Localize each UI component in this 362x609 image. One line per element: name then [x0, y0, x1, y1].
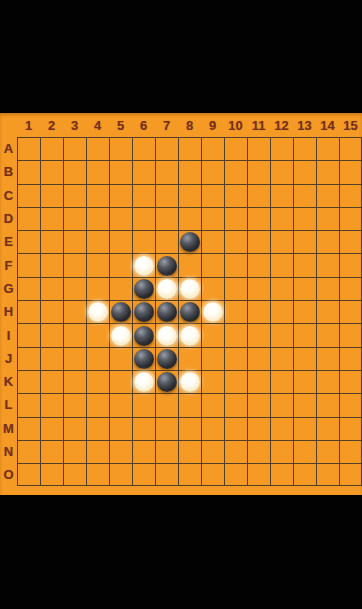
- white-stone: [157, 279, 177, 299]
- row-label-I: I: [0, 323, 17, 346]
- cell-G7[interactable]: [155, 277, 178, 300]
- col-label-5: 5: [109, 113, 132, 137]
- cell-B11[interactable]: [247, 160, 270, 183]
- cell-B13[interactable]: [293, 160, 316, 183]
- white-stone: [180, 326, 200, 346]
- cell-F2[interactable]: [40, 253, 63, 276]
- cell-J15[interactable]: [339, 347, 362, 370]
- corner-spacer: [0, 113, 17, 137]
- cell-M4[interactable]: [86, 417, 109, 440]
- cell-B8[interactable]: [178, 160, 201, 183]
- cell-J8[interactable]: [178, 347, 201, 370]
- cell-H11[interactable]: [247, 300, 270, 323]
- cell-G1[interactable]: [17, 277, 40, 300]
- cell-G3[interactable]: [63, 277, 86, 300]
- cell-H15[interactable]: [339, 300, 362, 323]
- col-label-13: 13: [293, 113, 316, 137]
- cell-J4[interactable]: [86, 347, 109, 370]
- cell-J9[interactable]: [201, 347, 224, 370]
- cell-I11[interactable]: [247, 323, 270, 346]
- cell-K3[interactable]: [63, 370, 86, 393]
- cell-K9[interactable]: [201, 370, 224, 393]
- cell-D9[interactable]: [201, 207, 224, 230]
- cell-I9[interactable]: [201, 323, 224, 346]
- cell-L14[interactable]: [316, 393, 339, 416]
- row-label-M: M: [0, 417, 17, 440]
- cell-N8[interactable]: [178, 440, 201, 463]
- black-stone: [157, 349, 177, 369]
- cell-D6[interactable]: [132, 207, 155, 230]
- cell-C3[interactable]: [63, 184, 86, 207]
- black-stone: [134, 326, 154, 346]
- cell-K11[interactable]: [247, 370, 270, 393]
- cell-I4[interactable]: [86, 323, 109, 346]
- cell-G5[interactable]: [109, 277, 132, 300]
- cell-N13[interactable]: [293, 440, 316, 463]
- cell-H7[interactable]: [155, 300, 178, 323]
- cell-F5[interactable]: [109, 253, 132, 276]
- cell-M6[interactable]: [132, 417, 155, 440]
- col-label-2: 2: [40, 113, 63, 137]
- cell-C4[interactable]: [86, 184, 109, 207]
- cell-C11[interactable]: [247, 184, 270, 207]
- row-label-K: K: [0, 370, 17, 393]
- cell-D3[interactable]: [63, 207, 86, 230]
- cell-N7[interactable]: [155, 440, 178, 463]
- cell-E3[interactable]: [63, 230, 86, 253]
- cell-H6[interactable]: [132, 300, 155, 323]
- col-label-12: 12: [270, 113, 293, 137]
- cell-M9[interactable]: [201, 417, 224, 440]
- cell-A3[interactable]: [63, 137, 86, 160]
- cell-N5[interactable]: [109, 440, 132, 463]
- col-label-4: 4: [86, 113, 109, 137]
- row-label-H: H: [0, 300, 17, 323]
- cell-C5[interactable]: [109, 184, 132, 207]
- cell-J7[interactable]: [155, 347, 178, 370]
- cell-F14[interactable]: [316, 253, 339, 276]
- cell-H10[interactable]: [224, 300, 247, 323]
- cell-D5[interactable]: [109, 207, 132, 230]
- row-label-B: B: [0, 160, 17, 183]
- cell-L13[interactable]: [293, 393, 316, 416]
- bottom-black-bar: [0, 495, 362, 609]
- cell-G6[interactable]: [132, 277, 155, 300]
- cell-D7[interactable]: [155, 207, 178, 230]
- cell-O4[interactable]: [86, 463, 109, 486]
- cell-M15[interactable]: [339, 417, 362, 440]
- cell-G14[interactable]: [316, 277, 339, 300]
- cell-M10[interactable]: [224, 417, 247, 440]
- cell-J10[interactable]: [224, 347, 247, 370]
- cell-L10[interactable]: [224, 393, 247, 416]
- col-label-11: 11: [247, 113, 270, 137]
- cell-O1[interactable]: [17, 463, 40, 486]
- cell-O6[interactable]: [132, 463, 155, 486]
- cell-M2[interactable]: [40, 417, 63, 440]
- cell-N6[interactable]: [132, 440, 155, 463]
- cell-O3[interactable]: [63, 463, 86, 486]
- cell-I13[interactable]: [293, 323, 316, 346]
- cell-E2[interactable]: [40, 230, 63, 253]
- cell-O10[interactable]: [224, 463, 247, 486]
- cell-B6[interactable]: [132, 160, 155, 183]
- cell-O7[interactable]: [155, 463, 178, 486]
- cell-H4[interactable]: [86, 300, 109, 323]
- cell-L9[interactable]: [201, 393, 224, 416]
- cell-I8[interactable]: [178, 323, 201, 346]
- cell-N9[interactable]: [201, 440, 224, 463]
- cell-J1[interactable]: [17, 347, 40, 370]
- cell-J6[interactable]: [132, 347, 155, 370]
- cell-M14[interactable]: [316, 417, 339, 440]
- cell-L3[interactable]: [63, 393, 86, 416]
- cell-O11[interactable]: [247, 463, 270, 486]
- cell-K13[interactable]: [293, 370, 316, 393]
- cell-C14[interactable]: [316, 184, 339, 207]
- cell-L8[interactable]: [178, 393, 201, 416]
- cell-E4[interactable]: [86, 230, 109, 253]
- cell-O9[interactable]: [201, 463, 224, 486]
- cell-K14[interactable]: [316, 370, 339, 393]
- cell-H2[interactable]: [40, 300, 63, 323]
- cell-E11[interactable]: [247, 230, 270, 253]
- cell-I7[interactable]: [155, 323, 178, 346]
- cell-E15[interactable]: [339, 230, 362, 253]
- white-stone: [111, 326, 131, 346]
- cell-K1[interactable]: [17, 370, 40, 393]
- cell-H13[interactable]: [293, 300, 316, 323]
- cell-M13[interactable]: [293, 417, 316, 440]
- row-label-E: E: [0, 230, 17, 253]
- cell-O8[interactable]: [178, 463, 201, 486]
- cell-N14[interactable]: [316, 440, 339, 463]
- cell-C9[interactable]: [201, 184, 224, 207]
- cell-B5[interactable]: [109, 160, 132, 183]
- cell-D4[interactable]: [86, 207, 109, 230]
- cell-M3[interactable]: [63, 417, 86, 440]
- white-stone: [134, 256, 154, 276]
- cell-H8[interactable]: [178, 300, 201, 323]
- col-label-8: 8: [178, 113, 201, 137]
- cell-H3[interactable]: [63, 300, 86, 323]
- row-label-N: N: [0, 440, 17, 463]
- cell-I14[interactable]: [316, 323, 339, 346]
- cell-G9[interactable]: [201, 277, 224, 300]
- cell-B10[interactable]: [224, 160, 247, 183]
- cell-A2[interactable]: [40, 137, 63, 160]
- cell-E13[interactable]: [293, 230, 316, 253]
- cell-L15[interactable]: [339, 393, 362, 416]
- cell-M8[interactable]: [178, 417, 201, 440]
- cell-M5[interactable]: [109, 417, 132, 440]
- col-label-14: 14: [316, 113, 339, 137]
- cell-F13[interactable]: [293, 253, 316, 276]
- cell-M7[interactable]: [155, 417, 178, 440]
- cell-K2[interactable]: [40, 370, 63, 393]
- cell-I1[interactable]: [17, 323, 40, 346]
- white-stone: [157, 326, 177, 346]
- cell-F4[interactable]: [86, 253, 109, 276]
- cell-F11[interactable]: [247, 253, 270, 276]
- col-label-9: 9: [201, 113, 224, 137]
- cell-I10[interactable]: [224, 323, 247, 346]
- cell-O12[interactable]: [270, 463, 293, 486]
- cell-D11[interactable]: [247, 207, 270, 230]
- row-label-A: A: [0, 137, 17, 160]
- cell-L2[interactable]: [40, 393, 63, 416]
- black-stone: [180, 232, 200, 252]
- cell-N15[interactable]: [339, 440, 362, 463]
- col-label-6: 6: [132, 113, 155, 137]
- cell-G15[interactable]: [339, 277, 362, 300]
- cell-I12[interactable]: [270, 323, 293, 346]
- cell-A7[interactable]: [155, 137, 178, 160]
- cell-G4[interactable]: [86, 277, 109, 300]
- cell-N2[interactable]: [40, 440, 63, 463]
- black-stone: [111, 302, 131, 322]
- cell-L7[interactable]: [155, 393, 178, 416]
- cell-E8[interactable]: [178, 230, 201, 253]
- cell-E5[interactable]: [109, 230, 132, 253]
- white-stone: [88, 302, 108, 322]
- app-screen: 123456789101112131415ABCDEFGHIJKLMNO: [0, 0, 362, 609]
- cell-K7[interactable]: [155, 370, 178, 393]
- cell-A5[interactable]: [109, 137, 132, 160]
- cell-O5[interactable]: [109, 463, 132, 486]
- cell-L11[interactable]: [247, 393, 270, 416]
- cell-L6[interactable]: [132, 393, 155, 416]
- cell-K10[interactable]: [224, 370, 247, 393]
- cell-F9[interactable]: [201, 253, 224, 276]
- col-label-10: 10: [224, 113, 247, 137]
- cell-A4[interactable]: [86, 137, 109, 160]
- cell-K4[interactable]: [86, 370, 109, 393]
- cell-A8[interactable]: [178, 137, 201, 160]
- cell-N1[interactable]: [17, 440, 40, 463]
- cell-I2[interactable]: [40, 323, 63, 346]
- cell-B9[interactable]: [201, 160, 224, 183]
- black-stone: [157, 372, 177, 392]
- cell-C2[interactable]: [40, 184, 63, 207]
- cell-H14[interactable]: [316, 300, 339, 323]
- cell-L12[interactable]: [270, 393, 293, 416]
- col-label-15: 15: [339, 113, 362, 137]
- cell-A11[interactable]: [247, 137, 270, 160]
- cell-L1[interactable]: [17, 393, 40, 416]
- cell-E9[interactable]: [201, 230, 224, 253]
- cell-J3[interactable]: [63, 347, 86, 370]
- cell-C10[interactable]: [224, 184, 247, 207]
- cell-M1[interactable]: [17, 417, 40, 440]
- cell-O2[interactable]: [40, 463, 63, 486]
- cell-A6[interactable]: [132, 137, 155, 160]
- cell-N11[interactable]: [247, 440, 270, 463]
- white-stone: [180, 372, 200, 392]
- col-label-1: 1: [17, 113, 40, 137]
- cell-J12[interactable]: [270, 347, 293, 370]
- black-stone: [134, 349, 154, 369]
- black-stone: [180, 302, 200, 322]
- cell-C6[interactable]: [132, 184, 155, 207]
- cell-A15[interactable]: [339, 137, 362, 160]
- cell-B12[interactable]: [270, 160, 293, 183]
- cell-C15[interactable]: [339, 184, 362, 207]
- white-stone: [180, 279, 200, 299]
- cell-N12[interactable]: [270, 440, 293, 463]
- cell-B7[interactable]: [155, 160, 178, 183]
- black-stone: [134, 279, 154, 299]
- cell-D2[interactable]: [40, 207, 63, 230]
- cell-I5[interactable]: [109, 323, 132, 346]
- cell-E14[interactable]: [316, 230, 339, 253]
- board-grid: 123456789101112131415ABCDEFGHIJKLMNO: [0, 113, 362, 486]
- cell-D12[interactable]: [270, 207, 293, 230]
- cell-F3[interactable]: [63, 253, 86, 276]
- cell-D8[interactable]: [178, 207, 201, 230]
- cell-L4[interactable]: [86, 393, 109, 416]
- cell-L5[interactable]: [109, 393, 132, 416]
- white-stone: [203, 302, 223, 322]
- cell-H9[interactable]: [201, 300, 224, 323]
- cell-I3[interactable]: [63, 323, 86, 346]
- cell-C12[interactable]: [270, 184, 293, 207]
- cell-N10[interactable]: [224, 440, 247, 463]
- cell-F6[interactable]: [132, 253, 155, 276]
- cell-G2[interactable]: [40, 277, 63, 300]
- row-label-G: G: [0, 277, 17, 300]
- cell-B4[interactable]: [86, 160, 109, 183]
- cell-B1[interactable]: [17, 160, 40, 183]
- col-label-3: 3: [63, 113, 86, 137]
- cell-H5[interactable]: [109, 300, 132, 323]
- cell-M12[interactable]: [270, 417, 293, 440]
- cell-B3[interactable]: [63, 160, 86, 183]
- cell-D15[interactable]: [339, 207, 362, 230]
- cell-F8[interactable]: [178, 253, 201, 276]
- cell-E7[interactable]: [155, 230, 178, 253]
- white-stone: [134, 372, 154, 392]
- cell-I15[interactable]: [339, 323, 362, 346]
- black-stone: [157, 302, 177, 322]
- cell-G11[interactable]: [247, 277, 270, 300]
- cell-F10[interactable]: [224, 253, 247, 276]
- row-label-L: L: [0, 393, 17, 416]
- gomoku-board: 123456789101112131415ABCDEFGHIJKLMNO: [0, 113, 362, 495]
- cell-J14[interactable]: [316, 347, 339, 370]
- cell-A9[interactable]: [201, 137, 224, 160]
- cell-G10[interactable]: [224, 277, 247, 300]
- cell-M11[interactable]: [247, 417, 270, 440]
- row-label-C: C: [0, 184, 17, 207]
- cell-D13[interactable]: [293, 207, 316, 230]
- cell-B15[interactable]: [339, 160, 362, 183]
- cell-A14[interactable]: [316, 137, 339, 160]
- cell-H12[interactable]: [270, 300, 293, 323]
- row-label-O: O: [0, 463, 17, 486]
- cell-K6[interactable]: [132, 370, 155, 393]
- cell-G13[interactable]: [293, 277, 316, 300]
- cell-C8[interactable]: [178, 184, 201, 207]
- cell-A12[interactable]: [270, 137, 293, 160]
- row-label-J: J: [0, 347, 17, 370]
- cell-F15[interactable]: [339, 253, 362, 276]
- cell-O13[interactable]: [293, 463, 316, 486]
- black-stone: [134, 302, 154, 322]
- cell-A10[interactable]: [224, 137, 247, 160]
- cell-I6[interactable]: [132, 323, 155, 346]
- cell-F12[interactable]: [270, 253, 293, 276]
- cell-F7[interactable]: [155, 253, 178, 276]
- top-black-bar: [0, 0, 362, 113]
- cell-J11[interactable]: [247, 347, 270, 370]
- cell-K8[interactable]: [178, 370, 201, 393]
- black-stone: [157, 256, 177, 276]
- cell-C13[interactable]: [293, 184, 316, 207]
- cell-G8[interactable]: [178, 277, 201, 300]
- cell-D1[interactable]: [17, 207, 40, 230]
- cell-N3[interactable]: [63, 440, 86, 463]
- cell-N4[interactable]: [86, 440, 109, 463]
- row-label-F: F: [0, 253, 17, 276]
- cell-E1[interactable]: [17, 230, 40, 253]
- cell-E10[interactable]: [224, 230, 247, 253]
- cell-D14[interactable]: [316, 207, 339, 230]
- cell-G12[interactable]: [270, 277, 293, 300]
- cell-F1[interactable]: [17, 253, 40, 276]
- cell-K5[interactable]: [109, 370, 132, 393]
- cell-A1[interactable]: [17, 137, 40, 160]
- cell-H1[interactable]: [17, 300, 40, 323]
- cell-C7[interactable]: [155, 184, 178, 207]
- cell-K12[interactable]: [270, 370, 293, 393]
- cell-J13[interactable]: [293, 347, 316, 370]
- cell-J5[interactable]: [109, 347, 132, 370]
- cell-J2[interactable]: [40, 347, 63, 370]
- cell-C1[interactable]: [17, 184, 40, 207]
- cell-B2[interactable]: [40, 160, 63, 183]
- col-label-7: 7: [155, 113, 178, 137]
- cell-K15[interactable]: [339, 370, 362, 393]
- cell-E6[interactable]: [132, 230, 155, 253]
- cell-A13[interactable]: [293, 137, 316, 160]
- cell-B14[interactable]: [316, 160, 339, 183]
- cell-O14[interactable]: [316, 463, 339, 486]
- row-label-D: D: [0, 207, 17, 230]
- cell-O15[interactable]: [339, 463, 362, 486]
- cell-E12[interactable]: [270, 230, 293, 253]
- cell-D10[interactable]: [224, 207, 247, 230]
